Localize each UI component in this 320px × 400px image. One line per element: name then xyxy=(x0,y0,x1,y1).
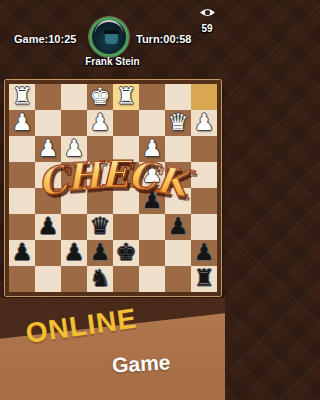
piece-wP-c3[interactable]: ♟ xyxy=(139,136,165,161)
square-b5[interactable] xyxy=(165,188,191,214)
square-c1[interactable] xyxy=(139,84,165,110)
square-c4[interactable]: ♟ xyxy=(139,162,165,188)
piece-wR-h1[interactable]: ♜ xyxy=(9,84,35,109)
square-e2[interactable]: ♟ xyxy=(87,110,113,136)
square-b8[interactable] xyxy=(165,266,191,292)
square-e3[interactable] xyxy=(87,136,113,162)
square-g3[interactable]: ♟ xyxy=(35,136,61,162)
square-e8[interactable]: ♞ xyxy=(87,266,113,292)
square-g7[interactable] xyxy=(35,240,61,266)
player-avatar[interactable] xyxy=(89,17,129,57)
square-h8[interactable] xyxy=(9,266,35,292)
avatar-face xyxy=(105,33,118,44)
square-f8[interactable] xyxy=(61,266,87,292)
square-f1[interactable] xyxy=(61,84,87,110)
square-g5[interactable] xyxy=(35,188,61,214)
piece-bR-a8[interactable]: ♜ xyxy=(191,266,217,291)
square-e7[interactable]: ♟ xyxy=(87,240,113,266)
piece-wP-e2[interactable]: ♟ xyxy=(87,110,113,135)
square-g6[interactable]: ♟ xyxy=(35,214,61,240)
square-g4[interactable] xyxy=(35,162,61,188)
square-e5[interactable] xyxy=(87,188,113,214)
square-h7[interactable]: ♟ xyxy=(9,240,35,266)
square-e4[interactable] xyxy=(87,162,113,188)
square-c3[interactable]: ♟ xyxy=(139,136,165,162)
square-h2[interactable]: ♟ xyxy=(9,110,35,136)
piece-bP-b6[interactable]: ♟ xyxy=(165,214,191,239)
piece-bQ-e6[interactable]: ♛ xyxy=(87,214,113,239)
square-h5[interactable] xyxy=(9,188,35,214)
piece-bP-e7[interactable]: ♟ xyxy=(87,240,113,265)
watchers-indicator: 59 xyxy=(195,4,219,34)
square-d1[interactable]: ♜ xyxy=(113,84,139,110)
square-e6[interactable]: ♛ xyxy=(87,214,113,240)
piece-wP-h2[interactable]: ♟ xyxy=(9,110,35,135)
piece-bP-c5[interactable]: ♟ xyxy=(139,188,165,213)
square-c6[interactable] xyxy=(139,214,165,240)
piece-wK-e1[interactable]: ♚ xyxy=(87,84,113,109)
piece-wP-c4[interactable]: ♟ xyxy=(139,162,165,187)
square-d2[interactable] xyxy=(113,110,139,136)
square-c2[interactable] xyxy=(139,110,165,136)
square-b6[interactable]: ♟ xyxy=(165,214,191,240)
piece-bN-e8[interactable]: ♞ xyxy=(87,266,113,291)
square-d8[interactable] xyxy=(113,266,139,292)
square-a4[interactable] xyxy=(191,162,217,188)
square-f3[interactable]: ♟ xyxy=(61,136,87,162)
piece-bP-h7[interactable]: ♟ xyxy=(9,240,35,265)
square-a2[interactable]: ♟ xyxy=(191,110,217,136)
square-f7[interactable]: ♟ xyxy=(61,240,87,266)
piece-bP-g6[interactable]: ♟ xyxy=(35,214,61,239)
square-d3[interactable] xyxy=(113,136,139,162)
footer: ONLINE Game xyxy=(0,298,225,400)
square-g1[interactable] xyxy=(35,84,61,110)
square-f5[interactable] xyxy=(61,188,87,214)
square-c5[interactable]: ♟ xyxy=(139,188,165,214)
piece-wQ-b2[interactable]: ♛ xyxy=(165,110,191,135)
chess-board[interactable]: ♜♚♜♟♟♛♟♟♟♟♟♟♟♛♟♟♟♟♚♟♞♜ xyxy=(5,80,221,296)
piece-bP-f7[interactable]: ♟ xyxy=(61,240,87,265)
square-f4[interactable] xyxy=(61,162,87,188)
square-g8[interactable] xyxy=(35,266,61,292)
square-f6[interactable] xyxy=(61,214,87,240)
square-a3[interactable] xyxy=(191,136,217,162)
eye-icon xyxy=(199,7,216,18)
square-h6[interactable] xyxy=(9,214,35,240)
square-b3[interactable] xyxy=(165,136,191,162)
square-d7[interactable]: ♚ xyxy=(113,240,139,266)
square-c8[interactable] xyxy=(139,266,165,292)
square-h1[interactable]: ♜ xyxy=(9,84,35,110)
square-d5[interactable] xyxy=(113,188,139,214)
game-timer: Game:10:25 xyxy=(14,33,76,45)
square-b1[interactable] xyxy=(165,84,191,110)
square-d6[interactable] xyxy=(113,214,139,240)
square-e1[interactable]: ♚ xyxy=(87,84,113,110)
piece-bP-a7[interactable]: ♟ xyxy=(191,240,217,265)
square-a7[interactable]: ♟ xyxy=(191,240,217,266)
square-h3[interactable] xyxy=(9,136,35,162)
square-d4[interactable] xyxy=(113,162,139,188)
square-b4[interactable] xyxy=(165,162,191,188)
player-name: Frank Stein xyxy=(0,56,225,67)
square-a6[interactable] xyxy=(191,214,217,240)
piece-wP-a2[interactable]: ♟ xyxy=(191,110,217,135)
piece-wR-d1[interactable]: ♜ xyxy=(113,84,139,109)
piece-wP-f3[interactable]: ♟ xyxy=(61,136,87,161)
square-a8[interactable]: ♜ xyxy=(191,266,217,292)
square-a1[interactable] xyxy=(191,84,217,110)
square-a5[interactable] xyxy=(191,188,217,214)
square-g2[interactable] xyxy=(35,110,61,136)
watchers-count: 59 xyxy=(195,23,219,34)
square-b2[interactable]: ♛ xyxy=(165,110,191,136)
piece-wP-g3[interactable]: ♟ xyxy=(35,136,61,161)
game-mode-label: Game xyxy=(111,350,171,377)
square-f2[interactable] xyxy=(61,110,87,136)
square-c7[interactable] xyxy=(139,240,165,266)
square-b7[interactable] xyxy=(165,240,191,266)
square-h4[interactable] xyxy=(9,162,35,188)
piece-bK-d7[interactable]: ♚ xyxy=(113,240,139,265)
turn-timer: Turn:00:58 xyxy=(136,33,191,45)
